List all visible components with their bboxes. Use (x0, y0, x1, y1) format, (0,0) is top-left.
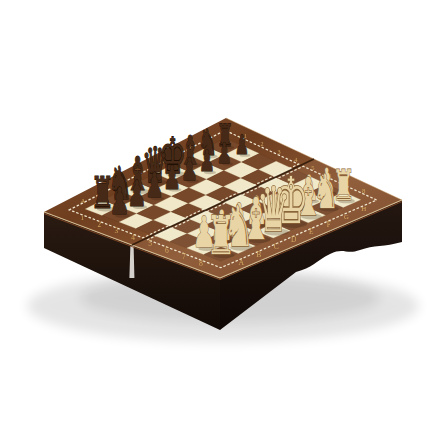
piece-dark-pawn-c7: ♟ (145, 166, 164, 206)
coord-left-8: 8 (199, 259, 203, 268)
coord-far-a: A (81, 197, 86, 204)
coord-left-6: 6 (165, 246, 169, 255)
piece-dark-pawn-a7: ♟ (109, 179, 130, 222)
coord-near-h: H (361, 205, 366, 213)
coord-left-7: 7 (182, 252, 186, 261)
coord-near-e: E (309, 227, 314, 236)
piece-dark-pawn-d7: ♟ (163, 158, 181, 195)
coord-near-f: F (327, 221, 331, 229)
piece-dark-pawn-h7: ♟ (235, 129, 250, 160)
coord-left-4: 4 (131, 233, 135, 242)
chess-set-product-photo: 11AA22BB33CC44DD55EE66FF77GG88HH♜♟♞♟♝♟♚♟… (0, 0, 448, 448)
coord-near-g: G (344, 213, 349, 221)
piece-dark-pawn-e7: ♟ (181, 151, 198, 187)
coord-left-2: 2 (98, 221, 102, 229)
coord-left-5: 5 (148, 239, 152, 248)
piece-dark-pawn-b7: ♟ (127, 172, 147, 214)
piece-dark-pawn-g7: ♟ (217, 136, 233, 170)
coord-right-3: 3 (277, 148, 280, 155)
coord-right-2: 2 (261, 141, 264, 147)
piece-dark-pawn-f7: ♟ (199, 144, 215, 179)
piece-light-rook-a1: ♜ (206, 205, 235, 266)
coord-left-1: 1 (81, 214, 85, 222)
coord-right-8: 8 (362, 187, 366, 194)
chess-board-scene: 11AA22BB33CC44DD55EE66FF77GG88HH♜♟♞♟♝♟♚♟… (0, 0, 448, 448)
coord-left-3: 3 (114, 226, 118, 235)
